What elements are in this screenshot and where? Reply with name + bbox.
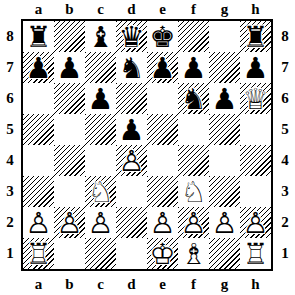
file-label-g: g xyxy=(209,0,240,18)
rank-label-6: 6 xyxy=(275,83,295,114)
rank-label-4: 4 xyxy=(275,145,295,176)
file-label-g: g xyxy=(209,275,240,293)
square-f7[interactable]: ♟♟ xyxy=(178,52,209,83)
file-label-b: b xyxy=(54,275,85,293)
square-h6[interactable]: ♛♕ xyxy=(240,83,271,114)
rank-label-8: 8 xyxy=(0,21,20,52)
file-label-f: f xyxy=(178,275,209,293)
piece-white-pawn-g2[interactable]: ♙ xyxy=(209,207,240,238)
square-a5[interactable] xyxy=(23,114,54,145)
file-label-c: c xyxy=(85,0,116,18)
square-g6[interactable]: ♟♟ xyxy=(209,83,240,114)
square-c5[interactable] xyxy=(85,114,116,145)
square-c1[interactable] xyxy=(85,238,116,269)
square-a3[interactable] xyxy=(23,176,54,207)
square-e4[interactable] xyxy=(147,145,178,176)
rank-label-2: 2 xyxy=(275,207,295,238)
square-d4[interactable]: ♟♙ xyxy=(116,145,147,176)
square-h3[interactable] xyxy=(240,176,271,207)
rank-label-7: 7 xyxy=(0,52,20,83)
rank-label-8: 8 xyxy=(275,21,295,52)
square-d7[interactable]: ♞♞ xyxy=(116,52,147,83)
square-h1[interactable]: ♜♖ xyxy=(240,238,271,269)
piece-white-pawn-d4[interactable]: ♙ xyxy=(116,145,147,176)
piece-white-rook-a1[interactable]: ♖ xyxy=(23,238,54,269)
chess-board: ♜♜♝♝♛♛♚♚♜♜♟♟♟♟♞♞♟♟♟♟♟♟♟♟♞♞♟♟♛♕♟♟♟♙♞♘♞♘♟♙… xyxy=(21,19,273,271)
chess-diagram: abcdefgh 87654321 ♜♜♝♝♛♛♚♚♜♜♟♟♟♟♞♞♟♟♟♟♟♟… xyxy=(0,0,295,295)
piece-black-rook-a8[interactable]: ♜ xyxy=(23,21,54,52)
square-f4[interactable] xyxy=(178,145,209,176)
rank-labels-right: 87654321 xyxy=(275,21,295,269)
piece-white-queen-h6[interactable]: ♕ xyxy=(240,83,271,114)
piece-black-pawn-d5[interactable]: ♟ xyxy=(116,114,147,145)
square-a8[interactable]: ♜♜ xyxy=(23,21,54,52)
square-a6[interactable] xyxy=(23,83,54,114)
square-b2[interactable]: ♟♙ xyxy=(54,207,85,238)
piece-white-pawn-c2[interactable]: ♙ xyxy=(85,207,116,238)
square-e3[interactable] xyxy=(147,176,178,207)
square-b5[interactable] xyxy=(54,114,85,145)
file-label-e: e xyxy=(147,0,178,18)
square-c2[interactable]: ♟♙ xyxy=(85,207,116,238)
square-f6[interactable]: ♞♞ xyxy=(178,83,209,114)
square-d5[interactable]: ♟♟ xyxy=(116,114,147,145)
square-g4[interactable] xyxy=(209,145,240,176)
piece-black-pawn-g6[interactable]: ♟ xyxy=(209,83,240,114)
piece-white-pawn-b2[interactable]: ♙ xyxy=(54,207,85,238)
square-h4[interactable] xyxy=(240,145,271,176)
square-e1[interactable]: ♚♔ xyxy=(147,238,178,269)
square-b8[interactable] xyxy=(54,21,85,52)
rank-label-2: 2 xyxy=(0,207,20,238)
square-f1[interactable]: ♝♗ xyxy=(178,238,209,269)
square-g8[interactable] xyxy=(209,21,240,52)
piece-black-rook-h8[interactable]: ♜ xyxy=(240,21,271,52)
file-label-h: h xyxy=(240,275,271,293)
file-label-a: a xyxy=(23,275,54,293)
square-h7[interactable]: ♟♟ xyxy=(240,52,271,83)
square-b3[interactable] xyxy=(54,176,85,207)
rank-label-5: 5 xyxy=(0,114,20,145)
square-c7[interactable] xyxy=(85,52,116,83)
square-e5[interactable] xyxy=(147,114,178,145)
rank-label-7: 7 xyxy=(275,52,295,83)
piece-black-pawn-c6[interactable]: ♟ xyxy=(85,83,116,114)
piece-black-pawn-f7[interactable]: ♟ xyxy=(178,52,209,83)
square-g1[interactable] xyxy=(209,238,240,269)
square-d3[interactable] xyxy=(116,176,147,207)
file-label-d: d xyxy=(116,275,147,293)
square-a4[interactable] xyxy=(23,145,54,176)
square-c4[interactable] xyxy=(85,145,116,176)
piece-white-pawn-h2[interactable]: ♙ xyxy=(240,207,271,238)
square-f8[interactable] xyxy=(178,21,209,52)
file-label-a: a xyxy=(23,0,54,18)
rank-label-4: 4 xyxy=(0,145,20,176)
square-h5[interactable] xyxy=(240,114,271,145)
square-b1[interactable] xyxy=(54,238,85,269)
square-c6[interactable]: ♟♟ xyxy=(85,83,116,114)
square-e7[interactable]: ♟♟ xyxy=(147,52,178,83)
file-label-f: f xyxy=(178,0,209,18)
piece-white-pawn-a2[interactable]: ♙ xyxy=(23,207,54,238)
piece-black-queen-d8[interactable]: ♛ xyxy=(116,21,147,52)
square-g5[interactable] xyxy=(209,114,240,145)
piece-black-pawn-h7[interactable]: ♟ xyxy=(240,52,271,83)
file-labels-bottom: abcdefgh xyxy=(23,275,271,293)
square-e6[interactable] xyxy=(147,83,178,114)
square-h8[interactable]: ♜♜ xyxy=(240,21,271,52)
square-c8[interactable]: ♝♝ xyxy=(85,21,116,52)
square-d1[interactable] xyxy=(116,238,147,269)
rank-label-1: 1 xyxy=(275,238,295,269)
rank-label-5: 5 xyxy=(275,114,295,145)
file-label-b: b xyxy=(54,0,85,18)
square-a1[interactable]: ♜♖ xyxy=(23,238,54,269)
file-label-e: e xyxy=(147,275,178,293)
square-d6[interactable] xyxy=(116,83,147,114)
piece-black-knight-d7[interactable]: ♞ xyxy=(116,52,147,83)
square-f3[interactable]: ♞♘ xyxy=(178,176,209,207)
square-b6[interactable] xyxy=(54,83,85,114)
square-b7[interactable]: ♟♟ xyxy=(54,52,85,83)
piece-black-pawn-a7[interactable]: ♟ xyxy=(23,52,54,83)
square-a2[interactable]: ♟♙ xyxy=(23,207,54,238)
square-a7[interactable]: ♟♟ xyxy=(23,52,54,83)
file-label-h: h xyxy=(240,0,271,18)
piece-black-bishop-c8[interactable]: ♝ xyxy=(85,21,116,52)
square-b4[interactable] xyxy=(54,145,85,176)
rank-labels-left: 87654321 xyxy=(0,21,20,269)
rank-label-6: 6 xyxy=(0,83,20,114)
square-f5[interactable] xyxy=(178,114,209,145)
square-d2[interactable] xyxy=(116,207,147,238)
square-h2[interactable]: ♟♙ xyxy=(240,207,271,238)
file-label-c: c xyxy=(85,275,116,293)
square-g7[interactable] xyxy=(209,52,240,83)
piece-white-pawn-f2[interactable]: ♙ xyxy=(178,207,209,238)
piece-black-pawn-b7[interactable]: ♟ xyxy=(54,52,85,83)
piece-white-king-e1[interactable]: ♔ xyxy=(147,238,178,269)
square-f2[interactable]: ♟♙ xyxy=(178,207,209,238)
rank-label-3: 3 xyxy=(0,176,20,207)
square-g2[interactable]: ♟♙ xyxy=(209,207,240,238)
piece-white-knight-c3[interactable]: ♘ xyxy=(85,176,116,207)
rank-label-1: 1 xyxy=(0,238,20,269)
file-labels-top: abcdefgh xyxy=(23,0,271,18)
file-label-d: d xyxy=(116,0,147,18)
square-e2[interactable]: ♟♙ xyxy=(147,207,178,238)
square-d8[interactable]: ♛♛ xyxy=(116,21,147,52)
piece-black-king-e8[interactable]: ♚ xyxy=(147,21,178,52)
square-c3[interactable]: ♞♘ xyxy=(85,176,116,207)
piece-white-pawn-e2[interactable]: ♙ xyxy=(147,207,178,238)
square-e8[interactable]: ♚♚ xyxy=(147,21,178,52)
piece-white-rook-h1[interactable]: ♖ xyxy=(240,238,271,269)
square-g3[interactable] xyxy=(209,176,240,207)
piece-black-pawn-e7[interactable]: ♟ xyxy=(147,52,178,83)
rank-label-3: 3 xyxy=(275,176,295,207)
piece-white-bishop-f1[interactable]: ♗ xyxy=(178,238,209,269)
piece-black-knight-f6[interactable]: ♞ xyxy=(178,83,209,114)
piece-white-knight-f3[interactable]: ♘ xyxy=(178,176,209,207)
